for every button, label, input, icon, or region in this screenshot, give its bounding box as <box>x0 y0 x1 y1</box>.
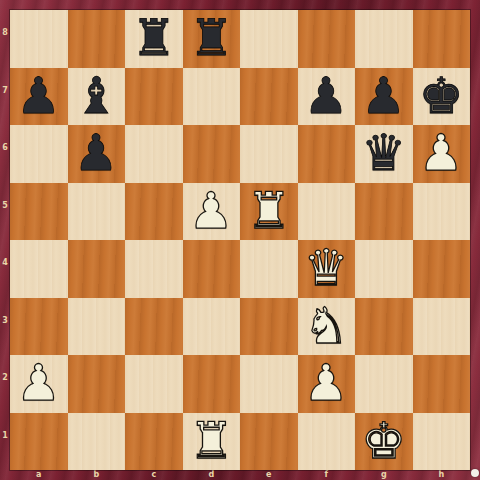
file-labels: abcdefgh <box>10 469 470 480</box>
square-h8[interactable] <box>413 10 471 68</box>
black-bishop-b7[interactable]: ♝ <box>68 68 126 126</box>
square-g2[interactable] <box>355 355 413 413</box>
square-g3[interactable] <box>355 298 413 356</box>
square-c8[interactable]: ♜ <box>125 10 183 68</box>
white-pawn-h6[interactable]: ♟ <box>413 125 471 183</box>
square-b5[interactable] <box>68 183 126 241</box>
square-f6[interactable] <box>298 125 356 183</box>
black-pawn-g7[interactable]: ♟ <box>355 68 413 126</box>
square-h2[interactable] <box>413 355 471 413</box>
file-label-g: g <box>355 469 413 480</box>
black-pawn-a7[interactable]: ♟ <box>10 68 68 126</box>
rank-label-7: 7 <box>0 62 10 120</box>
rank-label-4: 4 <box>0 234 10 292</box>
square-d1[interactable]: ♜ <box>183 413 241 471</box>
square-d8[interactable]: ♜ <box>183 10 241 68</box>
square-c3[interactable] <box>125 298 183 356</box>
rank-label-5: 5 <box>0 177 10 235</box>
square-c5[interactable] <box>125 183 183 241</box>
square-e8[interactable] <box>240 10 298 68</box>
rank-label-8: 8 <box>0 4 10 62</box>
square-e4[interactable] <box>240 240 298 298</box>
white-to-move-indicator <box>471 469 479 477</box>
square-b8[interactable] <box>68 10 126 68</box>
square-h5[interactable] <box>413 183 471 241</box>
square-g8[interactable] <box>355 10 413 68</box>
square-e7[interactable] <box>240 68 298 126</box>
square-a2[interactable]: ♟ <box>10 355 68 413</box>
square-b3[interactable] <box>68 298 126 356</box>
rank-label-1: 1 <box>0 407 10 465</box>
file-label-a: a <box>10 469 68 480</box>
square-f5[interactable] <box>298 183 356 241</box>
file-label-h: h <box>413 469 471 480</box>
square-f3[interactable]: ♞ <box>298 298 356 356</box>
white-queen-f4[interactable]: ♛ <box>298 240 356 298</box>
file-label-f: f <box>298 469 356 480</box>
white-rook-e5[interactable]: ♜ <box>240 183 298 241</box>
file-label-e: e <box>240 469 298 480</box>
square-b2[interactable] <box>68 355 126 413</box>
white-king-g1[interactable]: ♚ <box>355 413 413 471</box>
square-b6[interactable]: ♟ <box>68 125 126 183</box>
white-pawn-a2[interactable]: ♟ <box>10 355 68 413</box>
square-f1[interactable] <box>298 413 356 471</box>
square-g7[interactable]: ♟ <box>355 68 413 126</box>
square-a7[interactable]: ♟ <box>10 68 68 126</box>
square-d3[interactable] <box>183 298 241 356</box>
square-c6[interactable] <box>125 125 183 183</box>
square-c7[interactable] <box>125 68 183 126</box>
square-a8[interactable] <box>10 10 68 68</box>
black-queen-g6[interactable]: ♛ <box>355 125 413 183</box>
square-a3[interactable] <box>10 298 68 356</box>
square-g6[interactable]: ♛ <box>355 125 413 183</box>
square-f8[interactable] <box>298 10 356 68</box>
black-pawn-b6[interactable]: ♟ <box>68 125 126 183</box>
square-h6[interactable]: ♟ <box>413 125 471 183</box>
rank-labels: 87654321 <box>0 10 10 470</box>
black-rook-d8[interactable]: ♜ <box>183 10 241 68</box>
square-h4[interactable] <box>413 240 471 298</box>
square-f7[interactable]: ♟ <box>298 68 356 126</box>
square-c4[interactable] <box>125 240 183 298</box>
chess-board-frame: 87654321 abcdefgh ♜♜♟♝♟♟♚♟♛♟♟♜♛♞♟♟♜♚ <box>0 0 480 480</box>
square-g5[interactable] <box>355 183 413 241</box>
square-a1[interactable] <box>10 413 68 471</box>
square-b7[interactable]: ♝ <box>68 68 126 126</box>
white-pawn-f2[interactable]: ♟ <box>298 355 356 413</box>
square-g1[interactable]: ♚ <box>355 413 413 471</box>
square-a5[interactable] <box>10 183 68 241</box>
square-d5[interactable]: ♟ <box>183 183 241 241</box>
square-e3[interactable] <box>240 298 298 356</box>
black-king-h7[interactable]: ♚ <box>413 68 471 126</box>
white-rook-d1[interactable]: ♜ <box>183 413 241 471</box>
square-d4[interactable] <box>183 240 241 298</box>
white-knight-f3[interactable]: ♞ <box>298 298 356 356</box>
square-e1[interactable] <box>240 413 298 471</box>
rank-label-6: 6 <box>0 119 10 177</box>
square-f4[interactable]: ♛ <box>298 240 356 298</box>
square-h1[interactable] <box>413 413 471 471</box>
square-d7[interactable] <box>183 68 241 126</box>
file-label-b: b <box>68 469 126 480</box>
square-b1[interactable] <box>68 413 126 471</box>
square-e2[interactable] <box>240 355 298 413</box>
square-d2[interactable] <box>183 355 241 413</box>
rank-label-2: 2 <box>0 349 10 407</box>
file-label-d: d <box>183 469 241 480</box>
square-g4[interactable] <box>355 240 413 298</box>
square-b4[interactable] <box>68 240 126 298</box>
square-d6[interactable] <box>183 125 241 183</box>
square-h3[interactable] <box>413 298 471 356</box>
black-pawn-f7[interactable]: ♟ <box>298 68 356 126</box>
black-rook-c8[interactable]: ♜ <box>125 10 183 68</box>
square-e5[interactable]: ♜ <box>240 183 298 241</box>
board: ♜♜♟♝♟♟♚♟♛♟♟♜♛♞♟♟♜♚ <box>10 10 470 470</box>
square-e6[interactable] <box>240 125 298 183</box>
file-label-c: c <box>125 469 183 480</box>
rank-label-3: 3 <box>0 292 10 350</box>
square-a4[interactable] <box>10 240 68 298</box>
square-f2[interactable]: ♟ <box>298 355 356 413</box>
square-a6[interactable] <box>10 125 68 183</box>
square-c1[interactable] <box>125 413 183 471</box>
square-c2[interactable] <box>125 355 183 413</box>
square-h7[interactable]: ♚ <box>413 68 471 126</box>
white-pawn-d5[interactable]: ♟ <box>183 183 241 241</box>
